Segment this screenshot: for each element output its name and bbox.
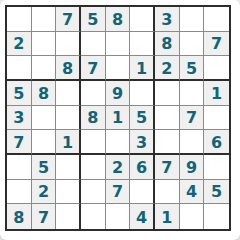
cell-r1c5[interactable]: 8 xyxy=(106,7,131,32)
cell-r4c2[interactable]: 8 xyxy=(32,81,57,106)
given-digit: 4 xyxy=(186,184,197,200)
cell-r1c6[interactable] xyxy=(130,7,155,32)
cell-r5c4[interactable]: 8 xyxy=(81,106,106,131)
cell-r1c2[interactable] xyxy=(32,7,57,32)
given-digit: 7 xyxy=(62,11,73,27)
cell-r9c6[interactable]: 4 xyxy=(130,204,155,229)
cell-r1c3[interactable]: 7 xyxy=(56,7,81,32)
given-digit: 8 xyxy=(62,60,73,76)
cell-r9c1[interactable]: 8 xyxy=(7,204,32,229)
given-digit: 6 xyxy=(211,134,222,150)
cell-r6c7[interactable] xyxy=(155,130,180,155)
cell-r5c3[interactable] xyxy=(56,106,81,131)
cell-r4c3[interactable] xyxy=(56,81,81,106)
cell-r2c2[interactable] xyxy=(32,32,57,57)
cell-r2c8[interactable] xyxy=(180,32,205,57)
given-digit: 7 xyxy=(13,134,24,150)
cell-r4c5[interactable]: 9 xyxy=(106,81,131,106)
cell-r3c1[interactable] xyxy=(7,56,32,81)
cell-r8c5[interactable]: 7 xyxy=(106,180,131,205)
cell-r8c4[interactable] xyxy=(81,180,106,205)
cell-r2c6[interactable] xyxy=(130,32,155,57)
cell-r9c8[interactable] xyxy=(180,204,205,229)
cell-r3c6[interactable]: 1 xyxy=(130,56,155,81)
given-digit: 7 xyxy=(186,110,197,126)
given-digit: 9 xyxy=(186,159,197,175)
given-digit: 3 xyxy=(13,110,24,126)
given-digit: 4 xyxy=(136,209,147,225)
cell-r5c9[interactable] xyxy=(204,106,229,131)
cell-r4c7[interactable] xyxy=(155,81,180,106)
given-digit: 5 xyxy=(13,85,24,101)
cell-r4c4[interactable] xyxy=(81,81,106,106)
given-digit: 5 xyxy=(211,184,222,200)
cell-r5c8[interactable]: 7 xyxy=(180,106,205,131)
cell-r7c1[interactable] xyxy=(7,155,32,180)
cell-r7c3[interactable] xyxy=(56,155,81,180)
cell-r9c3[interactable] xyxy=(56,204,81,229)
cell-r1c9[interactable] xyxy=(204,7,229,32)
cell-r3c5[interactable] xyxy=(106,56,131,81)
given-digit: 2 xyxy=(161,60,172,76)
cell-r5c1[interactable]: 3 xyxy=(7,106,32,131)
cell-r4c8[interactable] xyxy=(180,81,205,106)
cell-r5c7[interactable] xyxy=(155,106,180,131)
given-digit: 7 xyxy=(112,184,123,200)
given-digit: 5 xyxy=(186,60,197,76)
cell-r7c4[interactable] xyxy=(81,155,106,180)
given-digit: 7 xyxy=(38,209,49,225)
cell-r4c9[interactable]: 1 xyxy=(204,81,229,106)
given-digit: 2 xyxy=(13,36,24,52)
given-digit: 6 xyxy=(136,159,147,175)
cell-r8c7[interactable] xyxy=(155,180,180,205)
cell-r2c7[interactable]: 8 xyxy=(155,32,180,57)
cell-r1c8[interactable] xyxy=(180,7,205,32)
cell-r9c4[interactable] xyxy=(81,204,106,229)
cell-r2c1[interactable]: 2 xyxy=(7,32,32,57)
cell-r8c1[interactable] xyxy=(7,180,32,205)
cell-r6c3[interactable]: 1 xyxy=(56,130,81,155)
given-digit: 1 xyxy=(136,60,147,76)
cell-r3c9[interactable] xyxy=(204,56,229,81)
cell-r3c8[interactable]: 5 xyxy=(180,56,205,81)
given-digit: 8 xyxy=(161,36,172,52)
cell-r6c4[interactable] xyxy=(81,130,106,155)
given-digit: 7 xyxy=(161,159,172,175)
cell-r1c1[interactable] xyxy=(7,7,32,32)
cell-r3c4[interactable]: 7 xyxy=(81,56,106,81)
cell-r2c4[interactable] xyxy=(81,32,106,57)
cell-r2c5[interactable] xyxy=(106,32,131,57)
given-digit: 1 xyxy=(62,134,73,150)
cell-r6c9[interactable]: 6 xyxy=(204,130,229,155)
given-digit: 5 xyxy=(87,11,98,27)
given-digit: 1 xyxy=(112,110,123,126)
given-digit: 1 xyxy=(211,85,222,101)
given-digit: 8 xyxy=(13,209,24,225)
given-digit: 1 xyxy=(161,209,172,225)
cell-r6c2[interactable] xyxy=(32,130,57,155)
sudoku-card: 75832878712558913815771365267927458741 xyxy=(0,0,240,240)
cell-r8c2[interactable]: 2 xyxy=(32,180,57,205)
cell-r8c3[interactable] xyxy=(56,180,81,205)
given-digit: 7 xyxy=(211,36,222,52)
cell-r7c8[interactable]: 9 xyxy=(180,155,205,180)
given-digit: 2 xyxy=(112,159,123,175)
cell-r9c9[interactable] xyxy=(204,204,229,229)
cell-r7c6[interactable]: 6 xyxy=(130,155,155,180)
cell-r6c5[interactable] xyxy=(106,130,131,155)
cell-r4c1[interactable]: 5 xyxy=(7,81,32,106)
cell-r5c6[interactable]: 5 xyxy=(130,106,155,131)
cell-r7c9[interactable] xyxy=(204,155,229,180)
cell-r1c4[interactable]: 5 xyxy=(81,7,106,32)
cell-r5c5[interactable]: 1 xyxy=(106,106,131,131)
cell-r9c5[interactable] xyxy=(106,204,131,229)
cell-r8c9[interactable]: 5 xyxy=(204,180,229,205)
cell-r9c7[interactable]: 1 xyxy=(155,204,180,229)
given-digit: 9 xyxy=(112,85,123,101)
cell-r6c1[interactable]: 7 xyxy=(7,130,32,155)
cell-r7c7[interactable]: 7 xyxy=(155,155,180,180)
cell-r6c6[interactable]: 3 xyxy=(130,130,155,155)
cell-r7c2[interactable]: 5 xyxy=(32,155,57,180)
given-digit: 5 xyxy=(38,159,49,175)
cell-r9c2[interactable]: 7 xyxy=(32,204,57,229)
given-digit: 3 xyxy=(161,11,172,27)
cell-r1c7[interactable]: 3 xyxy=(155,7,180,32)
cell-r3c7[interactable]: 2 xyxy=(155,56,180,81)
given-digit: 8 xyxy=(112,11,123,27)
cell-r6c8[interactable] xyxy=(180,130,205,155)
given-digit: 8 xyxy=(38,85,49,101)
sudoku-board: 75832878712558913815771365267927458741 xyxy=(5,5,231,231)
given-digit: 7 xyxy=(87,60,98,76)
cell-r7c5[interactable]: 2 xyxy=(106,155,131,180)
cell-r2c3[interactable] xyxy=(56,32,81,57)
cell-r4c6[interactable] xyxy=(130,81,155,106)
given-digit: 2 xyxy=(38,184,49,200)
cell-r3c2[interactable] xyxy=(32,56,57,81)
given-digit: 3 xyxy=(136,134,147,150)
cell-r8c8[interactable]: 4 xyxy=(180,180,205,205)
given-digit: 5 xyxy=(136,110,147,126)
cell-r5c2[interactable] xyxy=(32,106,57,131)
given-digit: 8 xyxy=(87,110,98,126)
cell-r2c9[interactable]: 7 xyxy=(204,32,229,57)
cell-r8c6[interactable] xyxy=(130,180,155,205)
cell-r3c3[interactable]: 8 xyxy=(56,56,81,81)
